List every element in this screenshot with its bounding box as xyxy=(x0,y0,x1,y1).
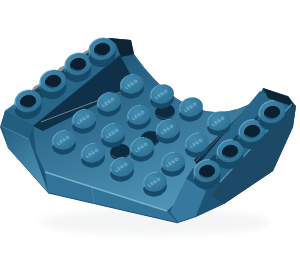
lego-brick-image: LEGOLEGOLEGOLEGOLEGOLEGOLEGOLEGOLEGOLEGO… xyxy=(0,0,300,265)
product-photo: LEGOLEGOLEGOLEGOLEGOLEGOLEGOLEGOLEGOLEGO… xyxy=(0,0,300,265)
